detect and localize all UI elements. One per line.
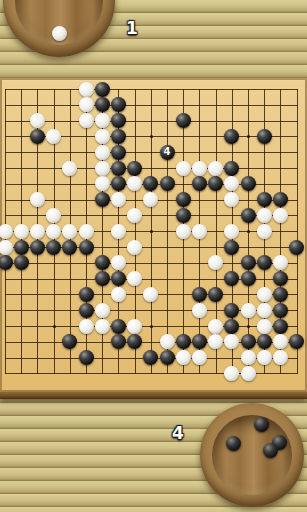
white-stone	[257, 350, 272, 365]
white-stone	[95, 319, 110, 334]
captured-white-stone	[52, 26, 67, 41]
captured-black-stone	[254, 417, 269, 432]
move-number-label: 4	[164, 147, 171, 157]
grid-line-horizontal	[5, 89, 298, 90]
white-stone	[79, 224, 94, 239]
black-stone	[241, 176, 256, 191]
black-stone	[160, 176, 175, 191]
black-stone	[192, 287, 207, 302]
black-stone	[127, 161, 142, 176]
black-stone	[111, 161, 126, 176]
black-stone	[95, 97, 110, 112]
black-stone	[241, 334, 256, 349]
white-stone	[95, 113, 110, 128]
white-stone	[46, 129, 61, 144]
white-stone	[208, 255, 223, 270]
black-stone	[241, 208, 256, 223]
white-stone	[79, 113, 94, 128]
white-stone	[224, 176, 239, 191]
board-edge	[0, 392, 307, 399]
white-stone	[241, 303, 256, 318]
white-stone	[111, 255, 126, 270]
white-stone	[111, 287, 126, 302]
star-point	[247, 230, 250, 233]
white-stone	[127, 271, 142, 286]
black-stone	[257, 129, 272, 144]
white-stone	[176, 224, 191, 239]
black-stone	[111, 176, 126, 191]
black-stone	[111, 319, 126, 334]
white-stone	[30, 224, 45, 239]
white-stone	[95, 145, 110, 160]
black-stone	[111, 145, 126, 160]
white-stone	[241, 350, 256, 365]
white-stone	[192, 224, 207, 239]
white-stone	[30, 113, 45, 128]
black-stone	[111, 97, 126, 112]
star-point	[150, 230, 153, 233]
white-stone	[0, 240, 13, 255]
black-stone	[111, 113, 126, 128]
black-stone	[95, 82, 110, 97]
black-stone	[30, 129, 45, 144]
black-stone	[30, 240, 45, 255]
white-stone	[241, 366, 256, 381]
white-stone	[143, 287, 158, 302]
black-stone	[289, 334, 304, 349]
black-stone	[79, 303, 94, 318]
white-stone	[79, 97, 94, 112]
black-stone-bowl-inner	[212, 415, 292, 495]
white-stone	[14, 224, 29, 239]
white-stone	[273, 208, 288, 223]
white-stone	[95, 303, 110, 318]
black-stone	[224, 271, 239, 286]
black-stone	[46, 240, 61, 255]
grid-line-horizontal	[5, 105, 298, 106]
black-stone	[273, 319, 288, 334]
white-stone	[127, 240, 142, 255]
white-stone	[127, 176, 142, 191]
black-stone	[273, 287, 288, 302]
white-stone	[208, 319, 223, 334]
white-stone	[95, 176, 110, 191]
white-stone	[79, 82, 94, 97]
black-stone	[192, 334, 207, 349]
white-stone	[46, 224, 61, 239]
white-stone	[192, 350, 207, 365]
grid-line-horizontal	[5, 152, 298, 153]
black-stone	[79, 350, 94, 365]
white-stone	[95, 161, 110, 176]
black-stone	[176, 192, 191, 207]
white-stone	[273, 255, 288, 270]
black-stone	[95, 192, 110, 207]
black-stone	[257, 192, 272, 207]
go-board[interactable]: 4	[0, 78, 307, 392]
white-stone	[257, 208, 272, 223]
black-stone	[224, 240, 239, 255]
black-stone	[111, 334, 126, 349]
white-stone	[143, 192, 158, 207]
black-stone	[111, 271, 126, 286]
black-stone	[241, 255, 256, 270]
black-stone	[127, 334, 142, 349]
black-stone	[208, 287, 223, 302]
black-stone	[273, 303, 288, 318]
white-stone	[224, 192, 239, 207]
white-stone	[95, 129, 110, 144]
black-stone	[111, 129, 126, 144]
grid-line-horizontal	[5, 168, 298, 169]
black-stone	[224, 129, 239, 144]
white-stone	[30, 192, 45, 207]
star-point	[150, 135, 153, 138]
black-stone: 4	[160, 145, 175, 160]
white-stone	[208, 161, 223, 176]
black-stone	[176, 208, 191, 223]
white-stone	[208, 334, 223, 349]
white-stone	[257, 319, 272, 334]
captured-black-stone	[263, 443, 278, 458]
black-stone	[257, 255, 272, 270]
grid-line-horizontal	[5, 121, 298, 122]
black-stone	[62, 240, 77, 255]
black-stone	[176, 113, 191, 128]
white-capture-count: 1	[126, 20, 138, 37]
go-app-screen: 1 4 4	[0, 0, 307, 512]
white-stone	[176, 161, 191, 176]
black-stone	[95, 271, 110, 286]
black-stone	[257, 334, 272, 349]
black-stone	[79, 240, 94, 255]
white-stone	[192, 161, 207, 176]
black-stone	[143, 350, 158, 365]
black-stone	[14, 255, 29, 270]
black-stone	[95, 255, 110, 270]
black-stone	[0, 255, 13, 270]
black-stone	[273, 271, 288, 286]
white-stone	[127, 319, 142, 334]
white-stone	[62, 161, 77, 176]
black-stone	[176, 334, 191, 349]
black-stone	[224, 161, 239, 176]
white-stone	[127, 208, 142, 223]
white-stone	[224, 334, 239, 349]
white-stone	[224, 366, 239, 381]
black-stone	[273, 192, 288, 207]
black-capture-count: 4	[172, 425, 184, 442]
white-stone	[176, 350, 191, 365]
white-stone	[0, 224, 13, 239]
white-stone	[224, 224, 239, 239]
black-stone	[192, 176, 207, 191]
white-stone	[273, 334, 288, 349]
star-point	[247, 135, 250, 138]
white-stone	[79, 319, 94, 334]
captured-black-stone	[226, 436, 241, 451]
black-stone	[289, 240, 304, 255]
star-point	[150, 325, 153, 328]
white-stone	[273, 350, 288, 365]
black-stone	[14, 240, 29, 255]
star-point	[247, 325, 250, 328]
black-stone	[241, 271, 256, 286]
white-stone	[192, 303, 207, 318]
white-stone	[257, 224, 272, 239]
black-stone	[62, 334, 77, 349]
white-stone	[111, 192, 126, 207]
white-stone	[160, 334, 175, 349]
star-point	[53, 325, 56, 328]
black-stone	[208, 176, 223, 191]
white-stone	[257, 303, 272, 318]
white-stone	[111, 224, 126, 239]
black-stone	[224, 319, 239, 334]
white-stone	[257, 287, 272, 302]
white-stone	[46, 208, 61, 223]
white-stone	[62, 224, 77, 239]
black-stone	[79, 287, 94, 302]
black-stone	[143, 176, 158, 191]
black-stone	[160, 350, 175, 365]
black-stone	[224, 303, 239, 318]
